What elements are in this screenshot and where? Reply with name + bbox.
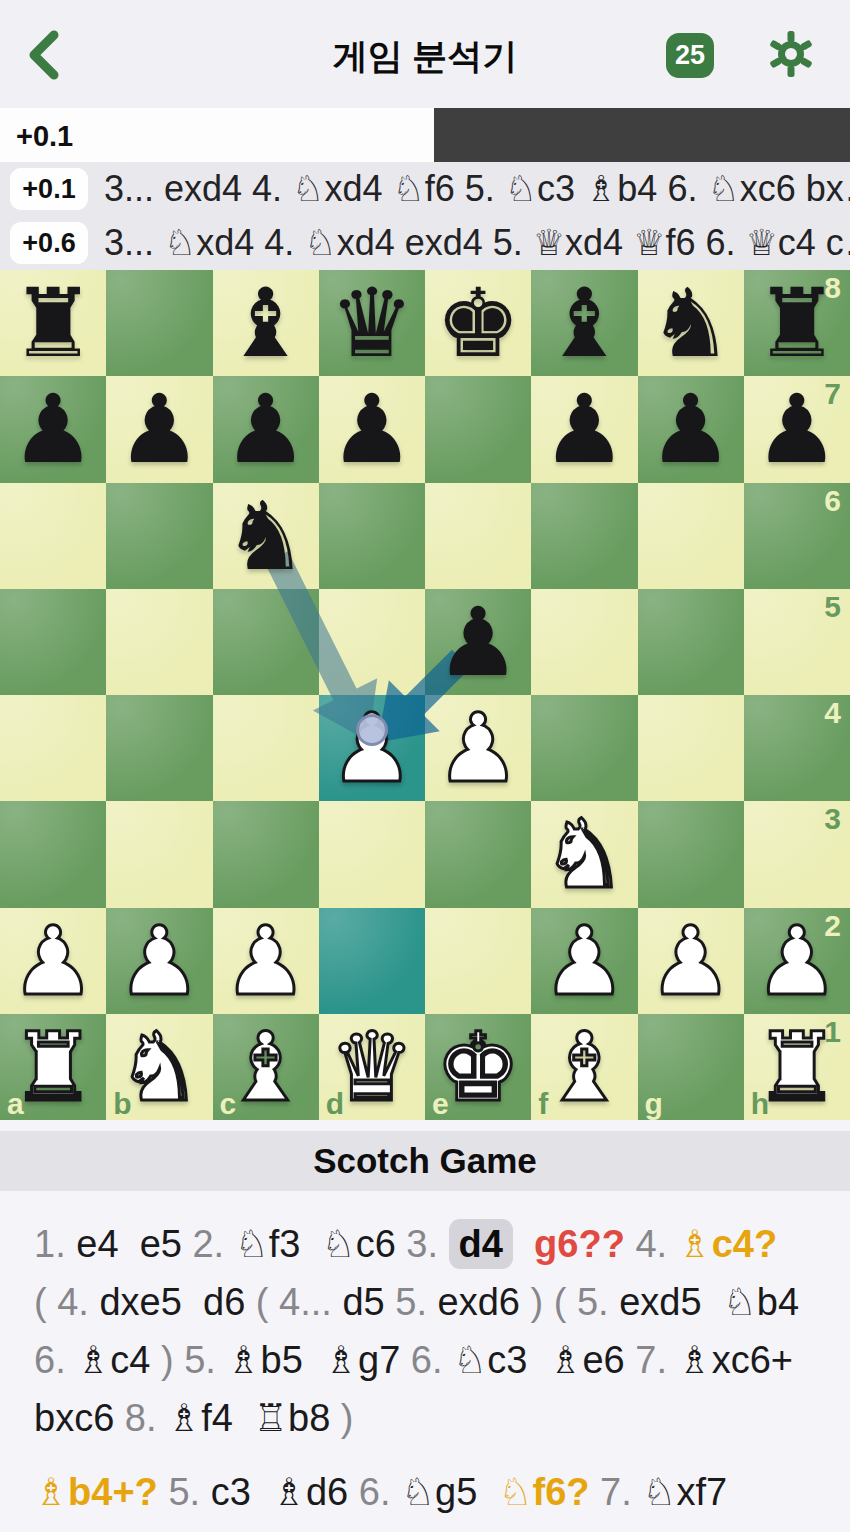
square-d8[interactable] xyxy=(319,270,425,376)
chess-board[interactable]: 8765432abcdefg1h ♜♝♛♚♝♞♜♟♟♟♟♟♟♟♞♟♟♟♞♟♟♟♟… xyxy=(0,270,850,1120)
square-h3[interactable]: 3 xyxy=(744,801,850,907)
square-f2[interactable] xyxy=(531,908,637,1014)
square-d4[interactable] xyxy=(319,695,425,801)
move-number: 6. xyxy=(411,1339,453,1381)
variation-paren: ) xyxy=(161,1339,184,1381)
file-label-b: b xyxy=(113,1088,131,1120)
square-e6[interactable] xyxy=(425,483,531,589)
file-label-h: h xyxy=(751,1088,769,1120)
rank-label-6: 6 xyxy=(824,485,841,517)
move-token[interactable]: d5 xyxy=(342,1281,395,1323)
square-a6[interactable] xyxy=(0,483,106,589)
move-token[interactable]: c3 xyxy=(211,1471,272,1513)
move-token[interactable]: exd5 xyxy=(619,1281,723,1323)
square-c2[interactable] xyxy=(213,908,319,1014)
move-token[interactable]: ♗f4 xyxy=(167,1397,254,1439)
analysis-count-badge[interactable]: 25 xyxy=(666,33,714,78)
variation-paren: ) xyxy=(341,1397,354,1439)
square-a3[interactable] xyxy=(0,801,106,907)
square-a4[interactable] xyxy=(0,695,106,801)
move-line: ♗b4+? 5. c3 ♗d6 6. ♘g5 ♘f6? 7. ♘xf7 xyxy=(34,1463,840,1521)
rank-label-2: 2 xyxy=(824,910,841,942)
square-a1[interactable]: a xyxy=(0,1014,106,1120)
square-f4[interactable] xyxy=(531,695,637,801)
rank-label-5: 5 xyxy=(824,591,841,623)
square-f3[interactable] xyxy=(531,801,637,907)
move-token[interactable]: ♗d6 xyxy=(272,1471,359,1513)
square-g5[interactable] xyxy=(638,589,744,695)
square-b3[interactable] xyxy=(106,801,212,907)
rank-label-7: 7 xyxy=(824,378,841,410)
opening-name-bar: Scotch Game xyxy=(0,1131,850,1191)
move-number: 5. xyxy=(395,1281,437,1323)
move-token[interactable]: ♗c4 xyxy=(76,1339,161,1381)
gear-icon xyxy=(769,31,812,77)
square-f5[interactable] xyxy=(531,589,637,695)
square-a8[interactable] xyxy=(0,270,106,376)
square-c7[interactable] xyxy=(213,376,319,482)
rank-label-4: 4 xyxy=(824,697,841,729)
variation-moves: 3... exd4 4. ♘xd4 ♘f6 5. ♘c3 ♗b4 6. ♘xc6… xyxy=(104,168,850,210)
square-b4[interactable] xyxy=(106,695,212,801)
square-b8[interactable] xyxy=(106,270,212,376)
move-token[interactable]: ♗g7 xyxy=(324,1339,411,1381)
blunder-move[interactable]: g6?? xyxy=(534,1223,635,1265)
settings-button[interactable] xyxy=(766,29,816,79)
variation-row-1[interactable]: +0.1 3... exd4 4. ♘xd4 ♘f6 5. ♘c3 ♗b4 6.… xyxy=(0,162,850,216)
move-number: 5. xyxy=(168,1471,210,1513)
square-e7[interactable] xyxy=(425,376,531,482)
square-g1[interactable]: g xyxy=(638,1014,744,1120)
square-d7[interactable] xyxy=(319,376,425,482)
move-number: 7. xyxy=(635,1339,677,1381)
variation-paren: ) ( xyxy=(530,1281,576,1323)
file-label-g: g xyxy=(645,1088,663,1120)
square-h2[interactable]: 2 xyxy=(744,908,850,1014)
dubious-move[interactable]: ♗b4+? xyxy=(34,1471,168,1513)
square-b1[interactable]: b xyxy=(106,1014,212,1120)
move-number: 1. xyxy=(34,1223,76,1265)
move-number: 8. xyxy=(125,1397,167,1439)
board-squares: 8765432abcdefg1h xyxy=(0,270,850,1120)
rank-label-1: 1 xyxy=(824,1016,841,1048)
rank-label-8: 8 xyxy=(824,272,841,304)
variation-eval-badge: +0.1 xyxy=(10,168,88,210)
square-c1[interactable]: c xyxy=(213,1014,319,1120)
square-e8[interactable] xyxy=(425,270,531,376)
square-e1[interactable]: e xyxy=(425,1014,531,1120)
move-number: 4... xyxy=(279,1281,342,1323)
square-e4[interactable] xyxy=(425,695,531,801)
move-token[interactable]: e4 xyxy=(76,1223,139,1265)
square-a5[interactable] xyxy=(0,589,106,695)
square-g7[interactable] xyxy=(638,376,744,482)
variation-eval-badge: +0.6 xyxy=(10,222,88,264)
evaluation-bar: +0.1 xyxy=(0,108,850,162)
move-token[interactable]: ♘c3 xyxy=(453,1339,548,1381)
square-a7[interactable] xyxy=(0,376,106,482)
move-line: ( 4. dxe5 d6 ( 4... d5 5. exd6 ) ( 5. ex… xyxy=(34,1273,840,1331)
square-d6[interactable] xyxy=(319,483,425,589)
square-c5[interactable] xyxy=(213,589,319,695)
evaluation-score: +0.1 xyxy=(16,108,73,162)
square-e5[interactable] xyxy=(425,589,531,695)
square-f7[interactable] xyxy=(531,376,637,482)
square-b6[interactable] xyxy=(106,483,212,589)
move-token[interactable]: ♘g5 xyxy=(401,1471,498,1513)
square-e3[interactable] xyxy=(425,801,531,907)
file-label-f: f xyxy=(538,1088,548,1120)
file-label-e: e xyxy=(432,1088,449,1120)
move-group-2: ♗b4+? 5. c3 ♗d6 6. ♘g5 ♘f6? 7. ♘xf7 xyxy=(34,1463,840,1521)
move-number: 3. xyxy=(406,1223,448,1265)
variation-paren: ( xyxy=(34,1281,57,1323)
opening-name: Scotch Game xyxy=(313,1141,537,1181)
square-d1[interactable]: d xyxy=(319,1014,425,1120)
move-line: bxc6 8. ♗f4 ♖b8 ) xyxy=(34,1389,840,1447)
move-token[interactable]: dxe5 xyxy=(99,1281,203,1323)
square-d5[interactable] xyxy=(319,589,425,695)
move-token[interactable]: ♘c6 xyxy=(322,1223,407,1265)
dubious-move[interactable]: ♗c4? xyxy=(678,1223,778,1265)
square-h8[interactable]: 8 xyxy=(744,270,850,376)
square-d3[interactable] xyxy=(319,801,425,907)
square-b5[interactable] xyxy=(106,589,212,695)
square-f6[interactable] xyxy=(531,483,637,589)
move-number: 7. xyxy=(600,1471,642,1513)
move-list: 1. e4 e5 2. ♘f3 ♘c6 3. d4 g6?? 4. ♗c4?( … xyxy=(0,1191,850,1532)
square-c6[interactable] xyxy=(213,483,319,589)
variation-paren: ( xyxy=(256,1281,279,1323)
square-h4[interactable]: 4 xyxy=(744,695,850,801)
page-title: 게임 분석기 xyxy=(0,0,850,108)
move-token[interactable]: bxc6 xyxy=(34,1397,125,1439)
move-token[interactable]: ♘b4 xyxy=(723,1281,799,1323)
square-c8[interactable] xyxy=(213,270,319,376)
square-b7[interactable] xyxy=(106,376,212,482)
dubious-move[interactable]: ♘f6? xyxy=(498,1471,600,1513)
header: 게임 분석기 25 xyxy=(0,0,850,108)
board-gap xyxy=(0,1120,850,1131)
square-g4[interactable] xyxy=(638,695,744,801)
move-token[interactable]: ♖b8 xyxy=(254,1397,341,1439)
move-number: 6. xyxy=(359,1471,401,1513)
variation-row-2[interactable]: +0.6 3... ♘xd4 4. ♘xd4 exd4 5. ♕xd4 ♕f6 … xyxy=(0,216,850,270)
move-token[interactable]: ♘f3 xyxy=(235,1223,322,1265)
rank-label-3: 3 xyxy=(824,803,841,835)
move-line: 1. e4 e5 2. ♘f3 ♘c6 3. d4 g6?? 4. ♗c4? xyxy=(34,1215,840,1273)
move-line: 6. ♗c4 ) 5. ♗b5 ♗g7 6. ♘c3 ♗e6 7. ♗xc6+ xyxy=(34,1331,840,1389)
square-g2[interactable] xyxy=(638,908,744,1014)
square-b2[interactable] xyxy=(106,908,212,1014)
square-g8[interactable] xyxy=(638,270,744,376)
square-h5[interactable]: 5 xyxy=(744,589,850,695)
square-h1[interactable]: 1h xyxy=(744,1014,850,1120)
file-label-a: a xyxy=(7,1088,24,1120)
move-number: 2. xyxy=(192,1223,234,1265)
move-token[interactable]: ♗b5 xyxy=(226,1339,323,1381)
move-number: 4. xyxy=(57,1281,99,1323)
move-number: 5. xyxy=(577,1281,619,1323)
current-move[interactable]: d4 xyxy=(449,1219,513,1269)
move-token[interactable]: ♗xc6+ xyxy=(678,1339,793,1381)
move-number: 4. xyxy=(635,1223,677,1265)
square-c3[interactable] xyxy=(213,801,319,907)
square-d2[interactable] xyxy=(319,908,425,1014)
move-token[interactable]: exd6 xyxy=(438,1281,531,1323)
square-h6[interactable]: 6 xyxy=(744,483,850,589)
move-token[interactable]: ♘xf7 xyxy=(642,1471,727,1513)
file-label-d: d xyxy=(326,1088,344,1120)
square-c4[interactable] xyxy=(213,695,319,801)
move-number: 6. xyxy=(34,1339,76,1381)
square-f8[interactable] xyxy=(531,270,637,376)
square-g6[interactable] xyxy=(638,483,744,589)
move-group-1: 1. e4 e5 2. ♘f3 ♘c6 3. d4 g6?? 4. ♗c4?( … xyxy=(34,1215,840,1447)
square-a2[interactable] xyxy=(0,908,106,1014)
variation-moves: 3... ♘xd4 4. ♘xd4 exd4 5. ♕xd4 ♕f6 6. ♕c… xyxy=(104,222,850,264)
spacer xyxy=(513,1223,534,1265)
square-g3[interactable] xyxy=(638,801,744,907)
move-token[interactable]: d6 xyxy=(203,1281,256,1323)
file-label-c: c xyxy=(220,1088,237,1120)
square-e2[interactable] xyxy=(425,908,531,1014)
square-f1[interactable]: f xyxy=(531,1014,637,1120)
move-number: 5. xyxy=(184,1339,226,1381)
square-h7[interactable]: 7 xyxy=(744,376,850,482)
move-token[interactable]: e5 xyxy=(140,1223,193,1265)
engine-variations: +0.1 3... exd4 4. ♘xd4 ♘f6 5. ♘c3 ♗b4 6.… xyxy=(0,162,850,270)
move-token[interactable]: ♗e6 xyxy=(548,1339,635,1381)
